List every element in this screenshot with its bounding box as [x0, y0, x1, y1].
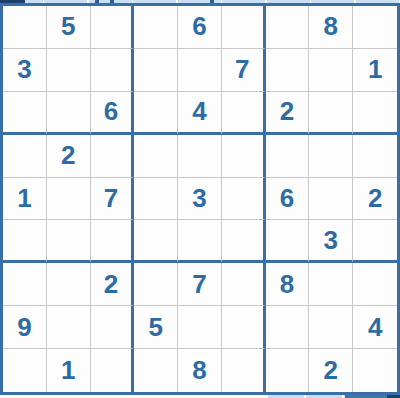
cell-r3c9[interactable]	[353, 92, 397, 135]
cell-r5c1[interactable]: 1	[3, 178, 47, 221]
cell-r3c3[interactable]: 6	[91, 92, 135, 135]
cell-r9c5[interactable]: 8	[178, 349, 222, 392]
cell-r2c8[interactable]	[309, 49, 353, 92]
cell-r4c5[interactable]	[178, 135, 222, 178]
cell-r8c1[interactable]: 9	[3, 306, 47, 349]
cell-r3c4[interactable]	[134, 92, 178, 135]
cell-r2c7[interactable]	[266, 49, 310, 92]
cell-r7c6[interactable]	[222, 263, 266, 306]
cell-r2c4[interactable]	[134, 49, 178, 92]
cell-r5c7[interactable]: 6	[266, 178, 310, 221]
cell-r6c6[interactable]	[222, 220, 266, 263]
top-strip-tick	[95, 0, 99, 3]
cell-r3c8[interactable]	[309, 92, 353, 135]
cell-r9c6[interactable]	[222, 349, 266, 392]
cell-r9c9[interactable]	[353, 349, 397, 392]
cell-r9c3[interactable]	[91, 349, 135, 392]
cell-r5c8[interactable]	[309, 178, 353, 221]
cell-r6c1[interactable]	[3, 220, 47, 263]
top-strip-tick	[210, 0, 214, 3]
cell-r2c6[interactable]: 7	[222, 49, 266, 92]
cell-r1c5[interactable]: 6	[178, 6, 222, 49]
cell-r9c4[interactable]	[134, 349, 178, 392]
cell-r8c9[interactable]: 4	[353, 306, 397, 349]
cell-r7c9[interactable]	[353, 263, 397, 306]
cell-r1c8[interactable]: 8	[309, 6, 353, 49]
cell-r8c4[interactable]: 5	[134, 306, 178, 349]
cell-r1c9[interactable]	[353, 6, 397, 49]
cell-r8c6[interactable]	[222, 306, 266, 349]
cell-r2c5[interactable]	[178, 49, 222, 92]
cell-r7c5[interactable]: 7	[178, 263, 222, 306]
cell-r1c1[interactable]	[3, 6, 47, 49]
cell-r4c4[interactable]	[134, 135, 178, 178]
cell-r7c7[interactable]: 8	[266, 263, 310, 306]
cell-r6c2[interactable]	[47, 220, 91, 263]
cell-r9c8[interactable]: 2	[309, 349, 353, 392]
cell-r4c3[interactable]	[91, 135, 135, 178]
cell-r8c2[interactable]	[47, 306, 91, 349]
cell-r6c3[interactable]	[91, 220, 135, 263]
cell-r7c8[interactable]	[309, 263, 353, 306]
cell-r5c5[interactable]: 3	[178, 178, 222, 221]
cell-r9c2[interactable]: 1	[47, 349, 91, 392]
top-strip-navy-block	[0, 0, 25, 3]
cell-r1c7[interactable]	[266, 6, 310, 49]
top-strip-tick	[110, 0, 114, 3]
cell-r4c2[interactable]: 2	[47, 135, 91, 178]
cell-r3c5[interactable]: 4	[178, 92, 222, 135]
cell-r4c7[interactable]	[266, 135, 310, 178]
cell-r3c1[interactable]	[3, 92, 47, 135]
cell-r8c7[interactable]	[266, 306, 310, 349]
cell-r8c5[interactable]	[178, 306, 222, 349]
cell-r5c2[interactable]	[47, 178, 91, 221]
cell-r3c2[interactable]	[47, 92, 91, 135]
cell-r6c4[interactable]	[134, 220, 178, 263]
cell-r4c8[interactable]	[309, 135, 353, 178]
cell-r1c3[interactable]	[91, 6, 135, 49]
cell-r8c3[interactable]	[91, 306, 135, 349]
sudoku-board: 5683716422173623278954182	[0, 3, 400, 395]
cell-r3c6[interactable]	[222, 92, 266, 135]
cell-r4c9[interactable]	[353, 135, 397, 178]
sudoku-page: 5683716422173623278954182	[0, 0, 400, 398]
cell-r1c4[interactable]	[134, 6, 178, 49]
cell-r7c4[interactable]	[134, 263, 178, 306]
cell-r7c3[interactable]: 2	[91, 263, 135, 306]
cell-r3c7[interactable]: 2	[266, 92, 310, 135]
cell-r2c1[interactable]: 3	[3, 49, 47, 92]
cell-r5c3[interactable]: 7	[91, 178, 135, 221]
cell-r2c2[interactable]	[47, 49, 91, 92]
cell-r1c2[interactable]: 5	[47, 6, 91, 49]
cell-r7c2[interactable]	[47, 263, 91, 306]
cell-r1c6[interactable]	[222, 6, 266, 49]
cell-r6c5[interactable]	[178, 220, 222, 263]
cell-r8c8[interactable]	[309, 306, 353, 349]
cell-r2c9[interactable]: 1	[353, 49, 397, 92]
cell-r6c8[interactable]: 3	[309, 220, 353, 263]
cell-r6c7[interactable]	[266, 220, 310, 263]
cell-r5c9[interactable]: 2	[353, 178, 397, 221]
cell-r4c6[interactable]	[222, 135, 266, 178]
cell-r4c1[interactable]	[3, 135, 47, 178]
cell-r6c9[interactable]	[353, 220, 397, 263]
cell-r5c4[interactable]	[134, 178, 178, 221]
cell-r9c1[interactable]	[3, 349, 47, 392]
cell-r2c3[interactable]	[91, 49, 135, 92]
cell-r5c6[interactable]	[222, 178, 266, 221]
cell-r7c1[interactable]	[3, 263, 47, 306]
cell-r9c7[interactable]	[266, 349, 310, 392]
top-ui-strip	[0, 0, 400, 3]
